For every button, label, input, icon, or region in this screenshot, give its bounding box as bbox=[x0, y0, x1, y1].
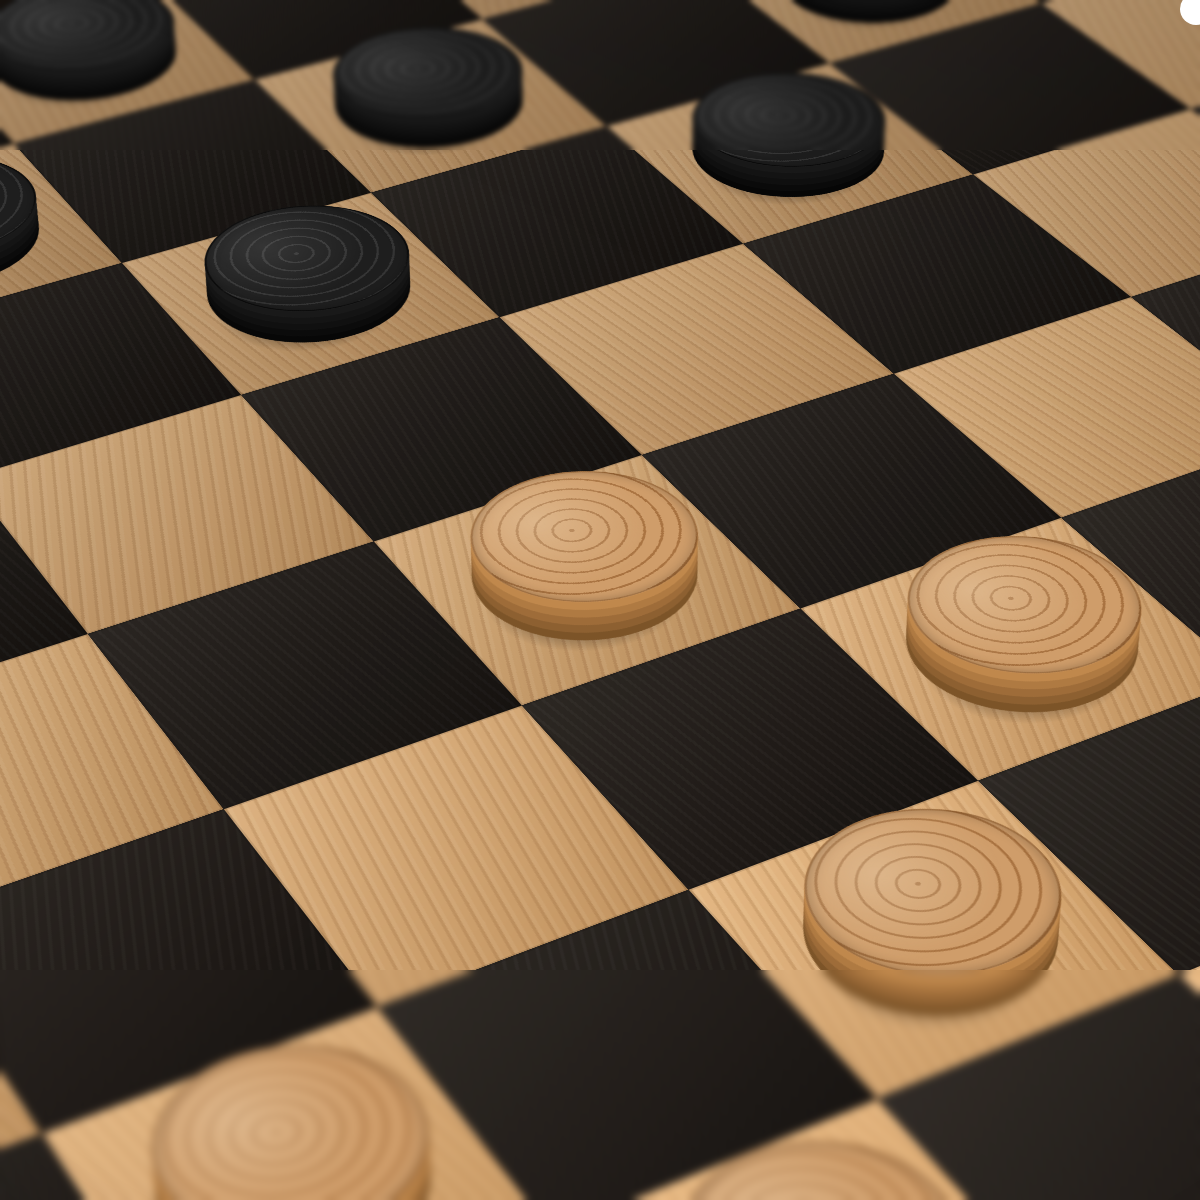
board-scene bbox=[0, 0, 1200, 1200]
square-c5r4-light[interactable] bbox=[894, 297, 1200, 518]
wood-checker-piece[interactable] bbox=[112, 1054, 479, 1200]
checkers-board bbox=[0, 0, 1200, 1200]
photo-frame bbox=[0, 0, 1200, 1200]
black-checker-piece[interactable] bbox=[657, 87, 921, 217]
